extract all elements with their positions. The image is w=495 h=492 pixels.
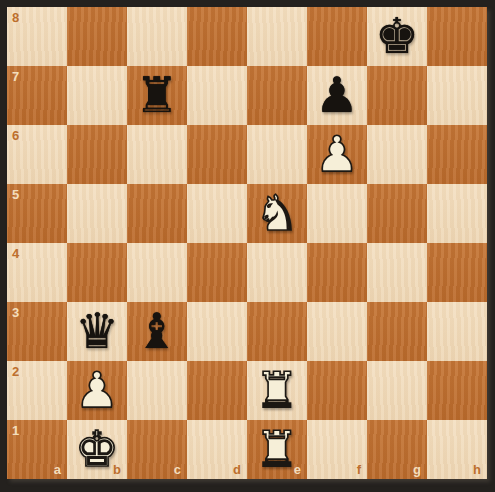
file-label-a: a [54, 463, 61, 476]
white-pawn[interactable]: ♟ [315, 130, 359, 179]
chess-board: 8♚7♜♟6♟5♞43♛♝2♟♜1ab♚cde♜fgh [7, 7, 487, 479]
board-background: 8♚7♜♟6♟5♞43♛♝2♟♜1ab♚cde♜fgh [0, 0, 495, 492]
square-a4[interactable]: 4 [7, 243, 67, 302]
black-rook[interactable]: ♜ [135, 71, 179, 120]
square-e2[interactable]: ♜ [247, 361, 307, 420]
square-a2[interactable]: 2 [7, 361, 67, 420]
rank-label-8: 8 [12, 11, 19, 24]
square-b7[interactable] [67, 66, 127, 125]
rank-label-6: 6 [12, 129, 19, 142]
square-h7[interactable] [427, 66, 487, 125]
square-c6[interactable] [127, 125, 187, 184]
square-f4[interactable] [307, 243, 367, 302]
square-g4[interactable] [367, 243, 427, 302]
square-b8[interactable] [67, 7, 127, 66]
square-h6[interactable] [427, 125, 487, 184]
white-knight[interactable]: ♞ [255, 189, 299, 238]
square-c4[interactable] [127, 243, 187, 302]
square-g6[interactable] [367, 125, 427, 184]
square-c2[interactable] [127, 361, 187, 420]
square-c8[interactable] [127, 7, 187, 66]
square-e3[interactable] [247, 302, 307, 361]
square-h8[interactable] [427, 7, 487, 66]
square-d2[interactable] [187, 361, 247, 420]
square-b3[interactable]: ♛ [67, 302, 127, 361]
square-e4[interactable] [247, 243, 307, 302]
square-c7[interactable]: ♜ [127, 66, 187, 125]
square-b1[interactable]: b♚ [67, 420, 127, 479]
file-label-d: d [233, 463, 241, 476]
black-king[interactable]: ♚ [375, 12, 419, 61]
file-label-h: h [473, 463, 481, 476]
square-b2[interactable]: ♟ [67, 361, 127, 420]
square-c1[interactable]: c [127, 420, 187, 479]
square-h3[interactable] [427, 302, 487, 361]
rank-label-4: 4 [12, 247, 19, 260]
square-h2[interactable] [427, 361, 487, 420]
square-h1[interactable]: h [427, 420, 487, 479]
square-f6[interactable]: ♟ [307, 125, 367, 184]
square-f3[interactable] [307, 302, 367, 361]
square-d8[interactable] [187, 7, 247, 66]
square-e5[interactable]: ♞ [247, 184, 307, 243]
square-a8[interactable]: 8 [7, 7, 67, 66]
square-g5[interactable] [367, 184, 427, 243]
square-e6[interactable] [247, 125, 307, 184]
square-f1[interactable]: f [307, 420, 367, 479]
square-g8[interactable]: ♚ [367, 7, 427, 66]
white-rook[interactable]: ♜ [255, 366, 299, 415]
square-c3[interactable]: ♝ [127, 302, 187, 361]
square-d4[interactable] [187, 243, 247, 302]
square-e8[interactable] [247, 7, 307, 66]
square-e1[interactable]: e♜ [247, 420, 307, 479]
square-e7[interactable] [247, 66, 307, 125]
white-pawn[interactable]: ♟ [75, 366, 119, 415]
square-h4[interactable] [427, 243, 487, 302]
file-label-f: f [357, 463, 361, 476]
square-f5[interactable] [307, 184, 367, 243]
square-f8[interactable] [307, 7, 367, 66]
square-a5[interactable]: 5 [7, 184, 67, 243]
black-queen[interactable]: ♛ [75, 307, 119, 356]
square-b5[interactable] [67, 184, 127, 243]
square-g7[interactable] [367, 66, 427, 125]
square-d5[interactable] [187, 184, 247, 243]
black-bishop[interactable]: ♝ [135, 307, 179, 356]
square-a1[interactable]: 1a [7, 420, 67, 479]
rank-label-7: 7 [12, 70, 19, 83]
square-a7[interactable]: 7 [7, 66, 67, 125]
rank-label-2: 2 [12, 365, 19, 378]
square-c5[interactable] [127, 184, 187, 243]
white-king[interactable]: ♚ [75, 425, 119, 474]
square-d3[interactable] [187, 302, 247, 361]
white-rook[interactable]: ♜ [255, 425, 299, 474]
file-label-g: g [413, 463, 421, 476]
square-f7[interactable]: ♟ [307, 66, 367, 125]
square-h5[interactable] [427, 184, 487, 243]
square-d6[interactable] [187, 125, 247, 184]
black-pawn[interactable]: ♟ [315, 71, 359, 120]
square-b4[interactable] [67, 243, 127, 302]
square-b6[interactable] [67, 125, 127, 184]
file-label-c: c [174, 463, 181, 476]
square-f2[interactable] [307, 361, 367, 420]
square-d7[interactable] [187, 66, 247, 125]
square-d1[interactable]: d [187, 420, 247, 479]
square-a3[interactable]: 3 [7, 302, 67, 361]
square-g2[interactable] [367, 361, 427, 420]
square-a6[interactable]: 6 [7, 125, 67, 184]
square-g1[interactable]: g [367, 420, 427, 479]
rank-label-5: 5 [12, 188, 19, 201]
rank-label-3: 3 [12, 306, 19, 319]
square-g3[interactable] [367, 302, 427, 361]
rank-label-1: 1 [12, 424, 19, 437]
